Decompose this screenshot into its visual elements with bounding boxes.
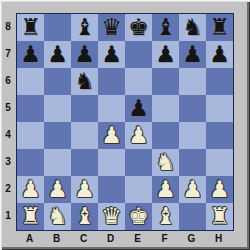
square-h4[interactable] [206,122,233,149]
square-h2[interactable]: ♟ [206,176,233,203]
rank-label-4: 4 [0,121,16,148]
square-b4[interactable] [44,122,71,149]
rank-label-6: 6 [0,67,16,94]
square-e6[interactable] [125,68,152,95]
square-a8[interactable]: ♜ [17,14,44,41]
rank-label-7: 7 [0,40,16,67]
square-f5[interactable] [152,95,179,122]
square-d2[interactable] [98,176,125,203]
square-d7[interactable]: ♟ [98,41,125,68]
square-b3[interactable] [44,149,71,176]
piece-white-bishop: ♝ [74,203,95,230]
square-f3[interactable]: ♞ [152,149,179,176]
rank-label-3: 3 [0,148,16,175]
square-e4[interactable]: ♟ [125,122,152,149]
square-a2[interactable]: ♟ [17,176,44,203]
file-label-b: B [43,230,70,247]
piece-black-pawn: ♟ [182,41,203,68]
square-f2[interactable]: ♟ [152,176,179,203]
square-g2[interactable]: ♟ [179,176,206,203]
file-labels: ABCDEFGH [16,230,234,247]
square-h6[interactable] [206,68,233,95]
piece-black-pawn: ♟ [128,95,149,122]
square-c3[interactable] [71,149,98,176]
square-d4[interactable]: ♟ [98,122,125,149]
piece-black-pawn: ♟ [209,41,230,68]
piece-black-pawn: ♟ [155,41,176,68]
square-f6[interactable] [152,68,179,95]
file-label-a: A [16,230,43,247]
square-c6[interactable]: ♞ [71,68,98,95]
square-d8[interactable]: ♛ [98,14,125,41]
square-e1[interactable]: ♚ [125,203,152,230]
square-b7[interactable]: ♟ [44,41,71,68]
square-h3[interactable] [206,149,233,176]
square-c8[interactable]: ♝ [71,14,98,41]
piece-black-bishop: ♝ [155,14,176,41]
square-a5[interactable] [17,95,44,122]
square-c2[interactable]: ♟ [71,176,98,203]
piece-black-bishop: ♝ [74,14,95,41]
square-a6[interactable] [17,68,44,95]
piece-white-king: ♚ [128,203,149,230]
file-label-d: D [97,230,124,247]
rank-label-8: 8 [0,13,16,40]
square-g5[interactable] [179,95,206,122]
square-h7[interactable]: ♟ [206,41,233,68]
square-e7[interactable] [125,41,152,68]
square-f4[interactable] [152,122,179,149]
square-d1[interactable]: ♛ [98,203,125,230]
piece-white-rook: ♜ [20,203,41,230]
square-g3[interactable] [179,149,206,176]
square-b1[interactable]: ♞ [44,203,71,230]
square-b8[interactable] [44,14,71,41]
square-g7[interactable]: ♟ [179,41,206,68]
square-c5[interactable] [71,95,98,122]
piece-white-pawn: ♟ [182,176,203,203]
file-label-e: E [124,230,151,247]
piece-white-rook: ♜ [209,203,230,230]
piece-white-knight: ♞ [155,149,176,176]
square-b2[interactable]: ♟ [44,176,71,203]
square-b6[interactable] [44,68,71,95]
square-a4[interactable] [17,122,44,149]
piece-white-pawn: ♟ [47,176,68,203]
square-b5[interactable] [44,95,71,122]
square-h1[interactable]: ♜ [206,203,233,230]
file-label-g: G [178,230,205,247]
piece-white-pawn: ♟ [128,122,149,149]
rank-label-1: 1 [0,202,16,229]
square-h8[interactable]: ♜ [206,14,233,41]
piece-black-pawn: ♟ [47,41,68,68]
rank-label-5: 5 [0,94,16,121]
square-g6[interactable] [179,68,206,95]
piece-white-pawn: ♟ [209,176,230,203]
chess-board: ♜♝♛♚♝♞♜♟♟♟♟♟♟♟♞♟♟♟♞♟♟♟♟♟♟♜♞♝♛♚♝♜ [16,13,234,231]
square-f7[interactable]: ♟ [152,41,179,68]
piece-black-queen: ♛ [101,14,122,41]
piece-black-rook: ♜ [20,14,41,41]
rank-labels: 87654321 [0,13,16,229]
square-h5[interactable] [206,95,233,122]
square-e5[interactable]: ♟ [125,95,152,122]
square-c4[interactable] [71,122,98,149]
square-e8[interactable]: ♚ [125,14,152,41]
square-e2[interactable] [125,176,152,203]
square-f1[interactable]: ♝ [152,203,179,230]
piece-white-pawn: ♟ [101,122,122,149]
board-frame: 87654321 ♜♝♛♚♝♞♜♟♟♟♟♟♟♟♞♟♟♟♞♟♟♟♟♟♟♜♞♝♛♚♝… [0,0,250,250]
square-d3[interactable] [98,149,125,176]
square-c1[interactable]: ♝ [71,203,98,230]
square-d6[interactable] [98,68,125,95]
square-a3[interactable] [17,149,44,176]
square-g1[interactable] [179,203,206,230]
piece-white-knight: ♞ [47,203,68,230]
piece-white-queen: ♛ [101,203,122,230]
square-a1[interactable]: ♜ [17,203,44,230]
piece-white-pawn: ♟ [155,176,176,203]
piece-black-rook: ♜ [209,14,230,41]
rank-label-2: 2 [0,175,16,202]
piece-black-knight: ♞ [182,14,203,41]
file-label-h: H [205,230,232,247]
square-g8[interactable]: ♞ [179,14,206,41]
piece-black-king: ♚ [128,14,149,41]
piece-black-pawn: ♟ [101,41,122,68]
square-e3[interactable] [125,149,152,176]
piece-black-pawn: ♟ [74,41,95,68]
square-g4[interactable] [179,122,206,149]
file-label-c: C [70,230,97,247]
square-d5[interactable] [98,95,125,122]
square-a7[interactable]: ♟ [17,41,44,68]
square-c7[interactable]: ♟ [71,41,98,68]
piece-black-knight: ♞ [74,68,95,95]
piece-white-pawn: ♟ [20,176,41,203]
file-label-f: F [151,230,178,247]
piece-white-bishop: ♝ [155,203,176,230]
square-f8[interactable]: ♝ [152,14,179,41]
piece-white-pawn: ♟ [74,176,95,203]
piece-black-pawn: ♟ [20,41,41,68]
